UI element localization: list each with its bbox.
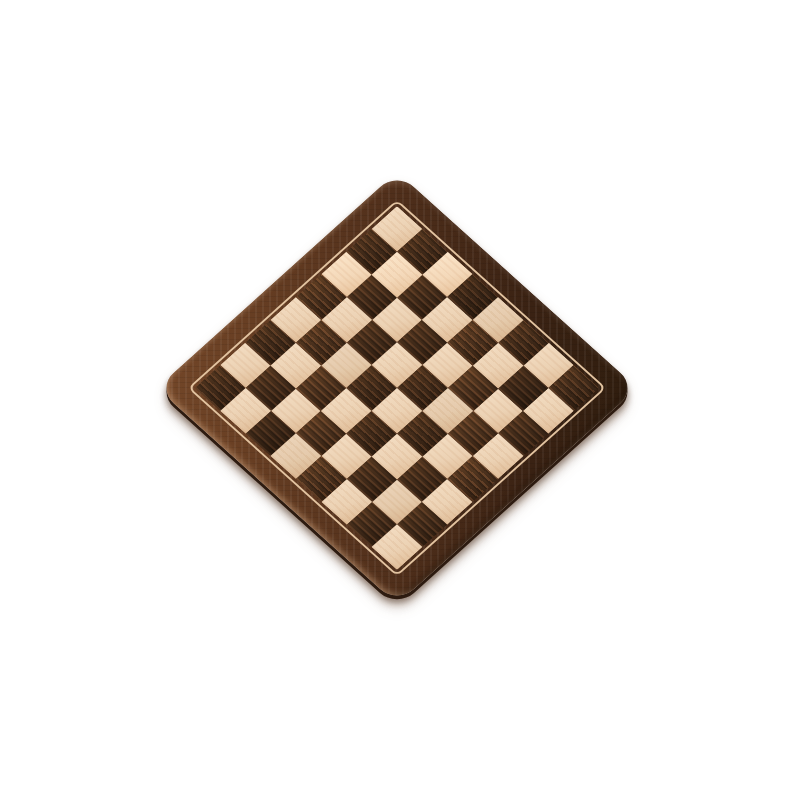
board-frame (157, 172, 638, 605)
board-grid (195, 206, 599, 570)
inlay-line (188, 200, 607, 577)
product-photo (0, 0, 800, 800)
